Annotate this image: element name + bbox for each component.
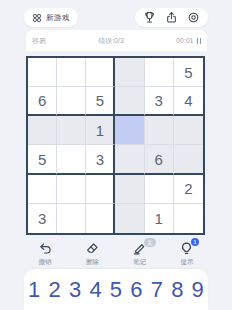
notes-toggle-badge: 关 (144, 238, 156, 247)
notes-label: 笔记 (133, 258, 146, 267)
cell-r1c1[interactable] (28, 58, 57, 87)
numpad-key-5[interactable]: 5 (110, 279, 122, 301)
sudoku-app: 新游戏 容易 错误:0/3 (0, 0, 232, 310)
cell-r2c6[interactable]: 4 (174, 87, 203, 116)
mistakes-counter: 错误:0/3 (98, 36, 124, 46)
cell-r3c1[interactable] (28, 116, 57, 145)
cell-r4c4[interactable] (115, 145, 144, 174)
numpad-key-4[interactable]: 4 (89, 279, 101, 301)
cell-r3c2[interactable] (57, 116, 86, 145)
erase-label: 擦除 (86, 258, 99, 267)
pause-icon[interactable] (197, 38, 202, 44)
cell-r4c6[interactable] (174, 145, 203, 174)
cell-r1c4[interactable] (115, 58, 144, 87)
cell-r6c3[interactable] (86, 204, 115, 233)
timer: 00:01 (176, 37, 194, 44)
notes-button[interactable]: 关 笔记 (123, 241, 157, 269)
difficulty-label: 容易 (32, 36, 46, 46)
cell-r5c2[interactable] (57, 175, 86, 204)
cell-r1c5[interactable] (145, 58, 174, 87)
share-icon[interactable] (165, 11, 178, 24)
numpad-key-2[interactable]: 2 (49, 279, 61, 301)
cell-r1c2[interactable] (57, 58, 86, 87)
undo-label: 撤销 (39, 258, 52, 267)
cell-r4c2[interactable] (57, 145, 86, 174)
cell-r5c6[interactable]: 2 (174, 175, 203, 204)
top-actions (135, 8, 208, 27)
trophy-icon[interactable] (143, 11, 156, 24)
cell-r5c4[interactable] (115, 175, 144, 204)
cell-r5c5[interactable] (145, 175, 174, 204)
numpad-key-8[interactable]: 8 (171, 279, 183, 301)
cell-r6c5[interactable]: 1 (145, 204, 174, 233)
cell-r2c1[interactable]: 6 (28, 87, 57, 116)
cell-r2c5[interactable]: 3 (145, 87, 174, 116)
cell-r2c4[interactable] (115, 87, 144, 116)
hint-count-badge: 1 (191, 238, 199, 246)
cell-r3c4[interactable] (115, 116, 144, 145)
cell-r1c3[interactable] (86, 58, 115, 87)
cell-r6c4[interactable] (115, 204, 144, 233)
cell-r4c5[interactable]: 6 (145, 145, 174, 174)
undo-icon (38, 241, 53, 256)
settings-icon[interactable] (187, 11, 200, 24)
cell-r4c1[interactable]: 5 (28, 145, 57, 174)
cell-r4c3[interactable]: 3 (86, 145, 115, 174)
eraser-icon (85, 241, 100, 256)
cell-r6c1[interactable]: 3 (28, 204, 57, 233)
numpad-key-1[interactable]: 1 (28, 279, 40, 301)
cell-r2c3[interactable]: 5 (86, 87, 115, 116)
numpad-key-7[interactable]: 7 (151, 279, 163, 301)
grid-icon (32, 13, 42, 23)
cell-r3c3[interactable]: 1 (86, 116, 115, 145)
cell-r2c2[interactable] (57, 87, 86, 116)
numpad-key-6[interactable]: 6 (130, 279, 142, 301)
game-status-bar: 容易 错误:0/3 00:01 (26, 30, 207, 51)
new-game-button[interactable]: 新游戏 (24, 8, 78, 27)
number-pad: 123456789 (24, 269, 208, 310)
hint-button[interactable]: 1 提示 (170, 241, 204, 269)
numpad-key-3[interactable]: 3 (69, 279, 81, 301)
erase-button[interactable]: 擦除 (75, 241, 109, 269)
cell-r3c5[interactable] (145, 116, 174, 145)
toolbar: 撤销 擦除 关 笔记 1 (28, 241, 204, 269)
cell-r5c3[interactable] (86, 175, 115, 204)
undo-button[interactable]: 撤销 (28, 241, 62, 269)
cell-r6c6[interactable] (174, 204, 203, 233)
cell-r3c6[interactable] (174, 116, 203, 145)
cell-r5c1[interactable] (28, 175, 57, 204)
sudoku-board: 565341536231 (26, 56, 205, 235)
cell-r6c2[interactable] (57, 204, 86, 233)
cell-r1c6[interactable]: 5 (174, 58, 203, 87)
new-game-label: 新游戏 (46, 13, 70, 23)
numpad-key-9[interactable]: 9 (192, 279, 204, 301)
hint-label: 提示 (180, 258, 193, 267)
